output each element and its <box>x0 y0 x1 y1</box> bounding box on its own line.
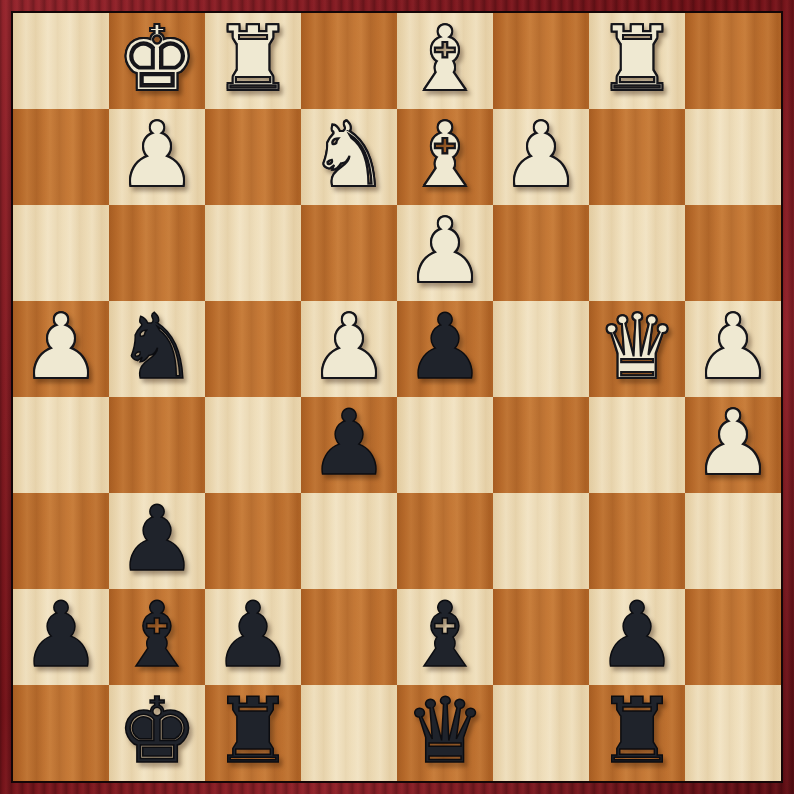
square-a8[interactable] <box>13 13 109 109</box>
square-h4[interactable]: ♟ <box>685 397 781 493</box>
square-g1[interactable]: ♜ <box>589 685 685 781</box>
white-pawn-b7[interactable]: ♟ <box>117 109 198 203</box>
square-g8[interactable]: ♜ <box>589 13 685 109</box>
square-h8[interactable] <box>685 13 781 109</box>
white-rook-g8[interactable]: ♜ <box>597 13 678 107</box>
chess-app: ♚♜♝♜♟♞♝♟♟♟♞♟♟♛♟♟♟♟♟♝♟♝♟♚♜♛♜ <box>0 0 794 794</box>
square-c8[interactable]: ♜ <box>205 13 301 109</box>
white-pawn-h4[interactable]: ♟ <box>693 397 774 491</box>
square-d2[interactable] <box>301 589 397 685</box>
square-f4[interactable] <box>493 397 589 493</box>
black-bishop-b2[interactable]: ♝ <box>117 589 198 683</box>
black-knight-b5[interactable]: ♞ <box>117 301 198 395</box>
square-b1[interactable]: ♚ <box>109 685 205 781</box>
square-b7[interactable]: ♟ <box>109 109 205 205</box>
square-h6[interactable] <box>685 205 781 301</box>
square-f2[interactable] <box>493 589 589 685</box>
square-b2[interactable]: ♝ <box>109 589 205 685</box>
square-g4[interactable] <box>589 397 685 493</box>
square-d8[interactable] <box>301 13 397 109</box>
black-pawn-c2[interactable]: ♟ <box>213 589 294 683</box>
square-f7[interactable]: ♟ <box>493 109 589 205</box>
white-queen-g5[interactable]: ♛ <box>597 301 678 395</box>
square-e8[interactable]: ♝ <box>397 13 493 109</box>
square-g2[interactable]: ♟ <box>589 589 685 685</box>
square-a3[interactable] <box>13 493 109 589</box>
white-pawn-e6[interactable]: ♟ <box>405 205 486 299</box>
square-e1[interactable]: ♛ <box>397 685 493 781</box>
square-b4[interactable] <box>109 397 205 493</box>
square-f6[interactable] <box>493 205 589 301</box>
square-c6[interactable] <box>205 205 301 301</box>
white-pawn-h5[interactable]: ♟ <box>693 301 774 395</box>
square-a2[interactable]: ♟ <box>13 589 109 685</box>
black-pawn-g2[interactable]: ♟ <box>597 589 678 683</box>
square-a1[interactable] <box>13 685 109 781</box>
square-e6[interactable]: ♟ <box>397 205 493 301</box>
white-rook-c8[interactable]: ♜ <box>213 13 294 107</box>
white-king-b8[interactable]: ♚ <box>117 13 198 107</box>
white-pawn-f7[interactable]: ♟ <box>501 109 582 203</box>
square-g6[interactable] <box>589 205 685 301</box>
square-b6[interactable] <box>109 205 205 301</box>
square-a5[interactable]: ♟ <box>13 301 109 397</box>
square-d7[interactable]: ♞ <box>301 109 397 205</box>
square-f3[interactable] <box>493 493 589 589</box>
square-g7[interactable] <box>589 109 685 205</box>
square-b8[interactable]: ♚ <box>109 13 205 109</box>
square-h2[interactable] <box>685 589 781 685</box>
square-d4[interactable]: ♟ <box>301 397 397 493</box>
square-c7[interactable] <box>205 109 301 205</box>
square-e7[interactable]: ♝ <box>397 109 493 205</box>
square-c3[interactable] <box>205 493 301 589</box>
square-f5[interactable] <box>493 301 589 397</box>
square-a6[interactable] <box>13 205 109 301</box>
white-bishop-e7[interactable]: ♝ <box>405 109 486 203</box>
square-h5[interactable]: ♟ <box>685 301 781 397</box>
square-c4[interactable] <box>205 397 301 493</box>
square-c5[interactable] <box>205 301 301 397</box>
square-g5[interactable]: ♛ <box>589 301 685 397</box>
black-king-b1[interactable]: ♚ <box>117 685 198 779</box>
square-h7[interactable] <box>685 109 781 205</box>
black-queen-e1[interactable]: ♛ <box>405 685 486 779</box>
white-bishop-e8[interactable]: ♝ <box>405 13 486 107</box>
square-f8[interactable] <box>493 13 589 109</box>
square-e3[interactable] <box>397 493 493 589</box>
chess-board: ♚♜♝♜♟♞♝♟♟♟♞♟♟♛♟♟♟♟♟♝♟♝♟♚♜♛♜ <box>11 11 783 783</box>
square-e2[interactable]: ♝ <box>397 589 493 685</box>
black-pawn-e5[interactable]: ♟ <box>405 301 486 395</box>
board-frame: ♚♜♝♜♟♞♝♟♟♟♞♟♟♛♟♟♟♟♟♝♟♝♟♚♜♛♜ <box>0 0 794 794</box>
black-rook-g1[interactable]: ♜ <box>597 685 678 779</box>
square-c1[interactable]: ♜ <box>205 685 301 781</box>
black-pawn-d4[interactable]: ♟ <box>309 397 390 491</box>
square-e4[interactable] <box>397 397 493 493</box>
black-pawn-b3[interactable]: ♟ <box>117 493 198 587</box>
square-b3[interactable]: ♟ <box>109 493 205 589</box>
white-pawn-d5[interactable]: ♟ <box>309 301 390 395</box>
square-g3[interactable] <box>589 493 685 589</box>
square-c2[interactable]: ♟ <box>205 589 301 685</box>
black-rook-c1[interactable]: ♜ <box>213 685 294 779</box>
black-bishop-e2[interactable]: ♝ <box>405 589 486 683</box>
black-pawn-a2[interactable]: ♟ <box>21 589 102 683</box>
square-d3[interactable] <box>301 493 397 589</box>
white-knight-d7[interactable]: ♞ <box>309 109 390 203</box>
square-d6[interactable] <box>301 205 397 301</box>
white-pawn-a5[interactable]: ♟ <box>21 301 102 395</box>
square-h3[interactable] <box>685 493 781 589</box>
square-a4[interactable] <box>13 397 109 493</box>
square-f1[interactable] <box>493 685 589 781</box>
square-e5[interactable]: ♟ <box>397 301 493 397</box>
square-d1[interactable] <box>301 685 397 781</box>
square-a7[interactable] <box>13 109 109 205</box>
square-h1[interactable] <box>685 685 781 781</box>
square-b5[interactable]: ♞ <box>109 301 205 397</box>
square-d5[interactable]: ♟ <box>301 301 397 397</box>
